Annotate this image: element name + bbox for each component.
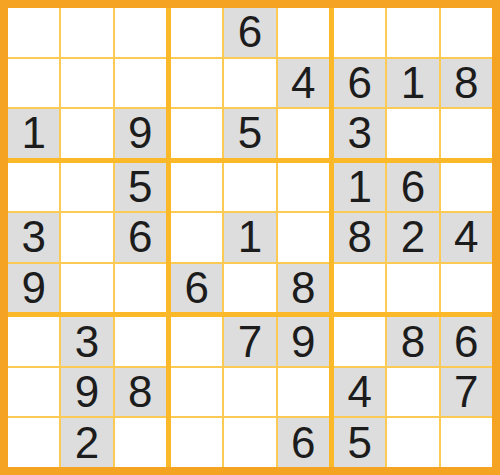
cell-r1c6[interactable] — [278, 8, 329, 57]
cell-r8c3[interactable]: 8 — [115, 368, 166, 417]
cell-r9c5[interactable] — [224, 418, 275, 467]
cell-r2c1[interactable] — [8, 59, 59, 108]
cell-r4c7[interactable]: 1 — [334, 163, 385, 212]
cell-r3c3[interactable]: 9 — [115, 109, 166, 158]
sudoku-box-3: 6183 — [334, 8, 492, 158]
cell-r5c3[interactable]: 6 — [115, 213, 166, 262]
cell-r3c5[interactable]: 5 — [224, 109, 275, 158]
cell-r6c7[interactable] — [334, 264, 385, 313]
sudoku-box-8: 796 — [171, 317, 329, 467]
cell-r1c2[interactable] — [61, 8, 112, 57]
cell-r8c1[interactable] — [8, 368, 59, 417]
cell-r7c9[interactable]: 6 — [441, 317, 492, 366]
cell-r5c6[interactable] — [278, 213, 329, 262]
cell-r6c6[interactable]: 8 — [278, 264, 329, 313]
cell-r2c4[interactable] — [171, 59, 222, 108]
cell-r2c6[interactable]: 4 — [278, 59, 329, 108]
cell-r6c1[interactable]: 9 — [8, 264, 59, 313]
sudoku-box-5: 168 — [171, 163, 329, 313]
cell-r7c4[interactable] — [171, 317, 222, 366]
cell-r6c8[interactable] — [387, 264, 438, 313]
cell-r9c4[interactable] — [171, 418, 222, 467]
cell-r5c4[interactable] — [171, 213, 222, 262]
cell-r4c2[interactable] — [61, 163, 112, 212]
cell-r2c2[interactable] — [61, 59, 112, 108]
sudoku-box-6: 16824 — [334, 163, 492, 313]
cell-r3c6[interactable] — [278, 109, 329, 158]
cell-r4c4[interactable] — [171, 163, 222, 212]
sudoku-box-2: 645 — [171, 8, 329, 158]
cell-r4c5[interactable] — [224, 163, 275, 212]
cell-r7c3[interactable] — [115, 317, 166, 366]
cell-r1c8[interactable] — [387, 8, 438, 57]
cell-r7c6[interactable]: 9 — [278, 317, 329, 366]
cell-r5c1[interactable]: 3 — [8, 213, 59, 262]
cell-r9c2[interactable]: 2 — [61, 418, 112, 467]
cell-r6c5[interactable] — [224, 264, 275, 313]
cell-r4c1[interactable] — [8, 163, 59, 212]
cell-r6c3[interactable] — [115, 264, 166, 313]
cell-r6c9[interactable] — [441, 264, 492, 313]
cell-r9c6[interactable]: 6 — [278, 418, 329, 467]
cell-r8c2[interactable]: 9 — [61, 368, 112, 417]
cell-r3c9[interactable] — [441, 109, 492, 158]
board-frame: 196456183536916816824398279686475 — [0, 0, 500, 475]
cell-r2c3[interactable] — [115, 59, 166, 108]
cell-r5c7[interactable]: 8 — [334, 213, 385, 262]
cell-r4c3[interactable]: 5 — [115, 163, 166, 212]
cell-r4c9[interactable] — [441, 163, 492, 212]
cell-r8c5[interactable] — [224, 368, 275, 417]
cell-r2c9[interactable]: 8 — [441, 59, 492, 108]
cell-r8c4[interactable] — [171, 368, 222, 417]
cell-r9c7[interactable]: 5 — [334, 418, 385, 467]
cell-r9c3[interactable] — [115, 418, 166, 467]
cell-r5c9[interactable]: 4 — [441, 213, 492, 262]
cell-r7c8[interactable]: 8 — [387, 317, 438, 366]
cell-r4c6[interactable] — [278, 163, 329, 212]
cell-r9c1[interactable] — [8, 418, 59, 467]
cell-r3c1[interactable]: 1 — [8, 109, 59, 158]
cell-r8c9[interactable]: 7 — [441, 368, 492, 417]
cell-r6c4[interactable]: 6 — [171, 264, 222, 313]
cell-r7c1[interactable] — [8, 317, 59, 366]
sudoku-box-1: 19 — [8, 8, 166, 158]
cell-r1c7[interactable] — [334, 8, 385, 57]
cell-r1c9[interactable] — [441, 8, 492, 57]
cell-r9c8[interactable] — [387, 418, 438, 467]
cell-r3c4[interactable] — [171, 109, 222, 158]
sudoku-board: 196456183536916816824398279686475 — [8, 8, 492, 467]
cell-r8c7[interactable]: 4 — [334, 368, 385, 417]
cell-r9c9[interactable] — [441, 418, 492, 467]
cell-r6c2[interactable] — [61, 264, 112, 313]
cell-r1c5[interactable]: 6 — [224, 8, 275, 57]
cell-r8c6[interactable] — [278, 368, 329, 417]
cell-r1c3[interactable] — [115, 8, 166, 57]
sudoku-box-4: 5369 — [8, 163, 166, 313]
cell-r5c8[interactable]: 2 — [387, 213, 438, 262]
cell-r3c8[interactable] — [387, 109, 438, 158]
cell-r2c5[interactable] — [224, 59, 275, 108]
sudoku-box-9: 86475 — [334, 317, 492, 467]
cell-r4c8[interactable]: 6 — [387, 163, 438, 212]
cell-r3c2[interactable] — [61, 109, 112, 158]
cell-r2c8[interactable]: 1 — [387, 59, 438, 108]
cell-r8c8[interactable] — [387, 368, 438, 417]
cell-r5c2[interactable] — [61, 213, 112, 262]
cell-r3c7[interactable]: 3 — [334, 109, 385, 158]
cell-r7c5[interactable]: 7 — [224, 317, 275, 366]
sudoku-box-7: 3982 — [8, 317, 166, 467]
cell-r7c2[interactable]: 3 — [61, 317, 112, 366]
cell-r1c4[interactable] — [171, 8, 222, 57]
cell-r7c7[interactable] — [334, 317, 385, 366]
cell-r5c5[interactable]: 1 — [224, 213, 275, 262]
cell-r1c1[interactable] — [8, 8, 59, 57]
cell-r2c7[interactable]: 6 — [334, 59, 385, 108]
